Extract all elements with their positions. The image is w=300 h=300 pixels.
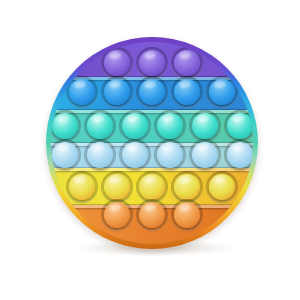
bubble-r2-c2: [101, 76, 133, 108]
bubble-r4-c3: [119, 139, 151, 171]
bubble-dome-light-blue: [87, 142, 113, 168]
bubble-dome-light-blue: [122, 142, 148, 168]
bubble-dome-blue: [174, 79, 200, 105]
bubble-r4-c5: [189, 139, 221, 171]
bubble-dome-teal: [52, 113, 78, 139]
bubble-dome-blue: [209, 79, 235, 105]
bubble-r2-c1: [66, 76, 98, 108]
bubble-r1-c3: [171, 47, 203, 79]
bubble-dome-orange: [139, 202, 165, 228]
dome-highlight: [74, 175, 87, 183]
bubble-r2-c3: [136, 76, 168, 108]
dome-highlight: [161, 114, 174, 122]
bubble-dome-light-blue: [227, 142, 253, 168]
bubble-r2-c5: [206, 76, 238, 108]
dome-highlight: [179, 175, 192, 183]
bubble-r5-c5: [206, 171, 238, 203]
dome-highlight: [144, 175, 157, 183]
dome-highlight: [144, 51, 157, 59]
bubble-r1-c1: [101, 47, 133, 79]
bubble-dome-blue: [139, 79, 165, 105]
dome-highlight: [109, 80, 122, 88]
band-teal: [51, 110, 253, 143]
dome-highlight: [144, 203, 157, 211]
dome-highlight: [179, 80, 192, 88]
dome-highlight: [196, 143, 209, 151]
dome-highlight: [231, 143, 244, 151]
dome-highlight: [214, 80, 227, 88]
popit-toy: [46, 37, 258, 249]
bubble-r6-c1: [101, 199, 133, 231]
bubble-r6-c2: [136, 199, 168, 231]
bubble-dome-blue: [69, 79, 95, 105]
bubble-dome-orange: [104, 202, 130, 228]
bubble-dome-purple: [174, 50, 200, 76]
bubble-dome-light-blue: [157, 142, 183, 168]
bubble-r1-c2: [136, 47, 168, 79]
bubble-dome-teal: [157, 113, 183, 139]
bubble-dome-light-blue: [52, 142, 78, 168]
bubble-r3-c5: [189, 110, 221, 142]
dome-highlight: [56, 143, 69, 151]
dome-highlight: [179, 203, 192, 211]
dome-highlight: [109, 203, 122, 211]
popit-face: [51, 42, 253, 244]
dome-highlight: [109, 51, 122, 59]
dome-highlight: [214, 175, 227, 183]
bubble-dome-teal: [227, 113, 253, 139]
bubble-r3-c2: [84, 110, 116, 142]
band-light-blue: [51, 143, 253, 168]
bubble-r2-c4: [171, 76, 203, 108]
dome-highlight: [74, 80, 87, 88]
bubble-dome-teal: [87, 113, 113, 139]
bubble-r4-c1: [51, 139, 81, 171]
bubble-r4-c2: [84, 139, 116, 171]
dome-highlight: [179, 51, 192, 59]
dome-highlight: [144, 80, 157, 88]
bubble-dome-yellow: [174, 174, 200, 200]
dome-highlight: [126, 143, 139, 151]
bubble-dome-yellow: [69, 174, 95, 200]
bubble-r6-c3: [171, 199, 203, 231]
bubble-r4-c4: [154, 139, 186, 171]
bubble-r4-c6: [224, 139, 254, 171]
bubble-dome-yellow: [209, 174, 235, 200]
dome-highlight: [161, 143, 174, 151]
bubble-dome-purple: [104, 50, 130, 76]
dome-highlight: [91, 114, 104, 122]
bubble-dome-yellow: [104, 174, 130, 200]
dome-highlight: [196, 114, 209, 122]
bubble-dome-purple: [139, 50, 165, 76]
dome-highlight: [91, 143, 104, 151]
bubble-dome-orange: [174, 202, 200, 228]
bubble-dome-yellow: [139, 174, 165, 200]
bubble-r3-c6: [224, 110, 254, 142]
dome-highlight: [231, 114, 244, 122]
bubble-dome-blue: [104, 79, 130, 105]
dome-highlight: [109, 175, 122, 183]
product-photo: [0, 0, 300, 300]
bubble-dome-light-blue: [192, 142, 218, 168]
bubble-dome-teal: [192, 113, 218, 139]
bubble-r5-c1: [66, 171, 98, 203]
dome-highlight: [56, 114, 69, 122]
bubble-r3-c4: [154, 110, 186, 142]
bubble-r3-c1: [51, 110, 81, 142]
bubble-r3-c3: [119, 110, 151, 142]
dome-highlight: [126, 114, 139, 122]
bubble-dome-teal: [122, 113, 148, 139]
